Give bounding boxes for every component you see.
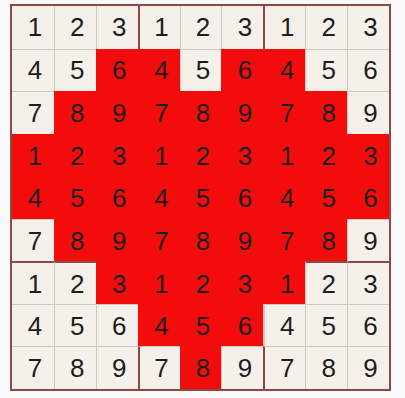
cell-r3c3: 9 bbox=[96, 91, 138, 134]
cell-r7c2: 2 bbox=[54, 261, 96, 304]
cell-r3c8: 8 bbox=[305, 91, 347, 134]
cell-r9c6: 9 bbox=[221, 346, 263, 389]
cell-r5c6: 6 bbox=[221, 176, 263, 219]
cell-r2c8: 5 bbox=[305, 49, 347, 92]
cell-r4c6: 3 bbox=[221, 134, 263, 177]
cell-r7c1: 1 bbox=[12, 261, 54, 304]
cell-r7c4: 1 bbox=[138, 261, 180, 304]
cell-r2c6: 6 bbox=[221, 49, 263, 92]
cell-r9c8: 8 bbox=[305, 346, 347, 389]
cell-r4c9: 3 bbox=[347, 134, 389, 177]
cell-r8c8: 5 bbox=[305, 304, 347, 347]
cell-r6c3: 9 bbox=[96, 219, 138, 262]
cell-r6c7: 7 bbox=[263, 219, 305, 262]
cell-r4c3: 3 bbox=[96, 134, 138, 177]
cell-r9c3: 9 bbox=[96, 346, 138, 389]
cell-r3c5: 8 bbox=[180, 91, 222, 134]
cell-r6c6: 9 bbox=[221, 219, 263, 262]
cell-r8c4: 4 bbox=[138, 304, 180, 347]
cell-r4c2: 2 bbox=[54, 134, 96, 177]
cell-r6c4: 7 bbox=[138, 219, 180, 262]
cell-r9c7: 7 bbox=[263, 346, 305, 389]
cell-r8c6: 6 bbox=[221, 304, 263, 347]
cell-r5c7: 4 bbox=[263, 176, 305, 219]
cell-r4c8: 2 bbox=[305, 134, 347, 177]
cell-r7c8: 2 bbox=[305, 261, 347, 304]
cell-r1c1: 1 bbox=[12, 6, 54, 49]
cell-r1c6: 3 bbox=[221, 6, 263, 49]
cell-r1c5: 2 bbox=[180, 6, 222, 49]
cell-r9c5: 8 bbox=[180, 346, 222, 389]
cell-r8c3: 6 bbox=[96, 304, 138, 347]
cell-r2c5: 5 bbox=[180, 49, 222, 92]
cell-r5c8: 5 bbox=[305, 176, 347, 219]
cell-r2c7: 4 bbox=[263, 49, 305, 92]
cell-r9c9: 9 bbox=[347, 346, 389, 389]
cell-r1c7: 1 bbox=[263, 6, 305, 49]
cell-r4c1: 1 bbox=[12, 134, 54, 177]
heart-number-grid: 1231231234564564567897897891231231234564… bbox=[10, 4, 391, 391]
cell-r7c6: 3 bbox=[221, 261, 263, 304]
cell-r2c1: 4 bbox=[12, 49, 54, 92]
cell-r5c2: 5 bbox=[54, 176, 96, 219]
cell-r4c4: 1 bbox=[138, 134, 180, 177]
cell-r2c9: 6 bbox=[347, 49, 389, 92]
cell-r8c5: 5 bbox=[180, 304, 222, 347]
cell-r5c1: 4 bbox=[12, 176, 54, 219]
cell-r1c9: 3 bbox=[347, 6, 389, 49]
cell-r5c5: 5 bbox=[180, 176, 222, 219]
cell-r4c5: 2 bbox=[180, 134, 222, 177]
cell-r3c4: 7 bbox=[138, 91, 180, 134]
cell-r9c4: 7 bbox=[138, 346, 180, 389]
cell-r3c7: 7 bbox=[263, 91, 305, 134]
cell-r5c9: 6 bbox=[347, 176, 389, 219]
cell-r7c5: 2 bbox=[180, 261, 222, 304]
cell-r2c3: 6 bbox=[96, 49, 138, 92]
cell-r7c9: 3 bbox=[347, 261, 389, 304]
cell-r6c5: 8 bbox=[180, 219, 222, 262]
cell-r6c1: 7 bbox=[12, 219, 54, 262]
cell-r1c8: 2 bbox=[305, 6, 347, 49]
cell-r8c1: 4 bbox=[12, 304, 54, 347]
cell-r3c1: 7 bbox=[12, 91, 54, 134]
cell-r1c3: 3 bbox=[96, 6, 138, 49]
cell-r5c4: 4 bbox=[138, 176, 180, 219]
cell-r8c7: 4 bbox=[263, 304, 305, 347]
cell-r2c2: 5 bbox=[54, 49, 96, 92]
cell-r3c2: 8 bbox=[54, 91, 96, 134]
cell-r6c8: 8 bbox=[305, 219, 347, 262]
cell-r7c3: 3 bbox=[96, 261, 138, 304]
cell-r8c2: 5 bbox=[54, 304, 96, 347]
cell-r4c7: 1 bbox=[263, 134, 305, 177]
cell-r7c7: 1 bbox=[263, 261, 305, 304]
cell-r9c1: 7 bbox=[12, 346, 54, 389]
cell-r3c9: 9 bbox=[347, 91, 389, 134]
cell-r1c4: 1 bbox=[138, 6, 180, 49]
cell-r6c2: 8 bbox=[54, 219, 96, 262]
cell-r2c4: 4 bbox=[138, 49, 180, 92]
cell-r6c9: 9 bbox=[347, 219, 389, 262]
cell-r8c9: 6 bbox=[347, 304, 389, 347]
cell-r3c6: 9 bbox=[221, 91, 263, 134]
cell-r1c2: 2 bbox=[54, 6, 96, 49]
cell-r9c2: 8 bbox=[54, 346, 96, 389]
cell-r5c3: 6 bbox=[96, 176, 138, 219]
